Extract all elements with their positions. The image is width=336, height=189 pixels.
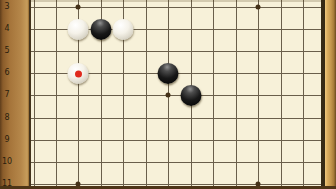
grid-line-horizontal: [29, 184, 322, 185]
star-point: [256, 4, 261, 9]
grid-line-horizontal: [29, 51, 322, 52]
rail-shadow: [29, 0, 31, 189]
black-stone: [158, 63, 179, 84]
black-stone: [180, 85, 201, 106]
row-coordinate-label: 9: [0, 136, 14, 144]
row-coordinate-label: 8: [0, 114, 14, 122]
row-coordinate-label: 4: [0, 25, 14, 33]
board-frame-bottom: [0, 186, 336, 189]
row-coordinate-label: 5: [0, 47, 14, 55]
star-point: [166, 93, 171, 98]
board-top-shadow: [29, 0, 336, 2]
white-stone: [68, 63, 89, 84]
star-point: [76, 4, 81, 9]
row-coordinate-label: 7: [0, 91, 14, 99]
grid-line-horizontal: [29, 118, 322, 119]
frame-gold-band: [325, 0, 336, 189]
grid-line-horizontal: [29, 140, 322, 141]
coordinate-rail: 34567891011: [0, 0, 29, 189]
black-stone: [90, 19, 111, 40]
go-board-view: 34567891011: [0, 0, 336, 189]
row-coordinate-label: 10: [0, 158, 14, 166]
grid-line-horizontal: [29, 162, 322, 163]
white-stone: [68, 19, 89, 40]
white-stone: [113, 19, 134, 40]
row-coordinate-label: 6: [0, 69, 14, 77]
grid-line-horizontal: [29, 95, 322, 96]
last-move-marker: [75, 70, 82, 77]
board-frame-right: [321, 0, 336, 189]
row-coordinate-label: 3: [0, 3, 14, 11]
grid-line-horizontal: [29, 7, 322, 8]
